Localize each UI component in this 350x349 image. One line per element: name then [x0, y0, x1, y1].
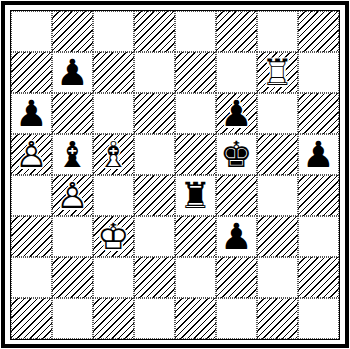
square-h6[interactable] [298, 93, 339, 134]
square-a3[interactable] [11, 216, 52, 257]
black-pawn: ♟♟ [216, 216, 257, 257]
square-c4[interactable] [93, 175, 134, 216]
square-c6[interactable] [93, 93, 134, 134]
square-d4[interactable] [134, 175, 175, 216]
square-h3[interactable] [298, 216, 339, 257]
square-f4[interactable] [216, 175, 257, 216]
square-e8[interactable] [175, 11, 216, 52]
square-d2[interactable] [134, 257, 175, 298]
square-b3[interactable] [52, 216, 93, 257]
square-e7[interactable] [175, 52, 216, 93]
piece-glyph-outline: ♙ [52, 175, 93, 216]
black-pawn: ♟♟ [52, 52, 93, 93]
square-g2[interactable] [257, 257, 298, 298]
square-b4[interactable]: ♟♙ [52, 175, 93, 216]
square-b1[interactable] [52, 298, 93, 339]
square-d3[interactable] [134, 216, 175, 257]
square-b5[interactable]: ♝♝ [52, 134, 93, 175]
square-e5[interactable] [175, 134, 216, 175]
square-f5[interactable]: ♚♚ [216, 134, 257, 175]
piece-glyph-outline: ♖ [257, 52, 298, 93]
square-a4[interactable] [11, 175, 52, 216]
square-f2[interactable] [216, 257, 257, 298]
square-e6[interactable] [175, 93, 216, 134]
square-a5[interactable]: ♟♙ [11, 134, 52, 175]
square-b8[interactable] [52, 11, 93, 52]
piece-glyph-outline: ♜ [175, 175, 216, 216]
piece-glyph-outline: ♝ [52, 134, 93, 175]
square-a8[interactable] [11, 11, 52, 52]
square-h4[interactable] [298, 175, 339, 216]
square-h8[interactable] [298, 11, 339, 52]
square-a1[interactable] [11, 298, 52, 339]
square-h2[interactable] [298, 257, 339, 298]
square-c7[interactable] [93, 52, 134, 93]
piece-glyph-outline: ♚ [216, 134, 257, 175]
black-pawn: ♟♟ [216, 93, 257, 134]
square-a2[interactable] [11, 257, 52, 298]
square-b2[interactable] [52, 257, 93, 298]
square-g5[interactable] [257, 134, 298, 175]
black-pawn: ♟♟ [298, 134, 339, 175]
square-d6[interactable] [134, 93, 175, 134]
square-d5[interactable] [134, 134, 175, 175]
white-rook: ♜♖ [257, 52, 298, 93]
square-g8[interactable] [257, 11, 298, 52]
piece-glyph-outline: ♗ [93, 134, 134, 175]
square-b6[interactable] [52, 93, 93, 134]
square-e1[interactable] [175, 298, 216, 339]
white-pawn: ♟♙ [52, 175, 93, 216]
black-pawn: ♟♟ [11, 93, 52, 134]
black-bishop: ♝♝ [52, 134, 93, 175]
piece-glyph-outline: ♟ [52, 52, 93, 93]
black-rook: ♜♜ [175, 175, 216, 216]
square-e4[interactable]: ♜♜ [175, 175, 216, 216]
black-king: ♚♚ [216, 134, 257, 175]
square-h5[interactable]: ♟♟ [298, 134, 339, 175]
square-c3[interactable]: ♚♔ [93, 216, 134, 257]
square-b7[interactable]: ♟♟ [52, 52, 93, 93]
white-bishop: ♝♗ [93, 134, 134, 175]
square-g4[interactable] [257, 175, 298, 216]
square-f8[interactable] [216, 11, 257, 52]
square-g6[interactable] [257, 93, 298, 134]
square-a7[interactable] [11, 52, 52, 93]
square-h7[interactable] [298, 52, 339, 93]
piece-glyph-outline: ♟ [11, 93, 52, 134]
square-f6[interactable]: ♟♟ [216, 93, 257, 134]
square-d1[interactable] [134, 298, 175, 339]
square-g7[interactable]: ♜♖ [257, 52, 298, 93]
square-c5[interactable]: ♝♗ [93, 134, 134, 175]
square-c1[interactable] [93, 298, 134, 339]
square-c2[interactable] [93, 257, 134, 298]
piece-glyph-outline: ♟ [298, 134, 339, 175]
square-g1[interactable] [257, 298, 298, 339]
white-pawn: ♟♙ [11, 134, 52, 175]
piece-glyph-outline: ♔ [93, 216, 134, 257]
square-f7[interactable] [216, 52, 257, 93]
piece-glyph-outline: ♙ [11, 134, 52, 175]
square-d7[interactable] [134, 52, 175, 93]
white-king: ♚♔ [93, 216, 134, 257]
square-d8[interactable] [134, 11, 175, 52]
piece-glyph-outline: ♟ [216, 93, 257, 134]
square-a6[interactable]: ♟♟ [11, 93, 52, 134]
square-f1[interactable] [216, 298, 257, 339]
chess-board: ♟♟♜♖♟♟♟♟♟♙♝♝♝♗♚♚♟♟♟♙♜♜♚♔♟♟ [10, 10, 340, 340]
square-c8[interactable] [93, 11, 134, 52]
board-frame: ♟♟♜♖♟♟♟♟♟♙♝♝♝♗♚♚♟♟♟♙♜♜♚♔♟♟ [1, 1, 349, 348]
piece-glyph-outline: ♟ [216, 216, 257, 257]
square-g3[interactable] [257, 216, 298, 257]
square-e3[interactable] [175, 216, 216, 257]
square-f3[interactable]: ♟♟ [216, 216, 257, 257]
square-e2[interactable] [175, 257, 216, 298]
square-h1[interactable] [298, 298, 339, 339]
